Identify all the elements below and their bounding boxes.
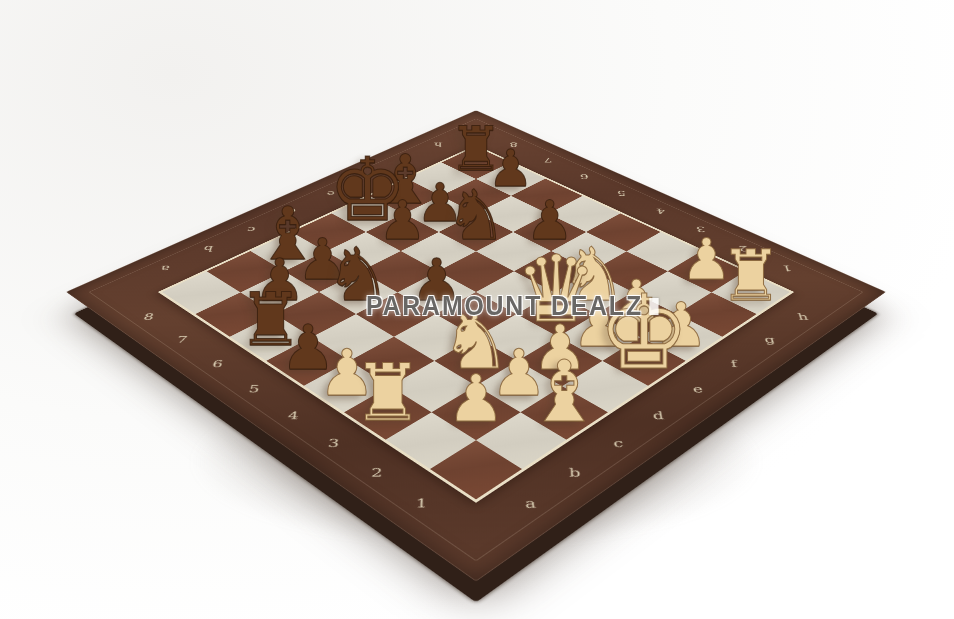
watermark-text: PARAMOUNT DEALZ xyxy=(366,291,643,322)
piece-white-pawn-b2[interactable]: ♟ xyxy=(447,366,505,431)
piece-white-rook-h1[interactable]: ♜ xyxy=(719,241,782,311)
piece-black-knight-f6[interactable]: ♞ xyxy=(445,181,507,250)
watermark-box-artifact xyxy=(649,298,658,315)
piece-white-rook-a3[interactable]: ♜ xyxy=(352,354,423,433)
chess-set-photo: 8877665544332211hhggffeeddccbbaa ♝♚♝♜♟♟♟… xyxy=(0,0,954,619)
watermark: PARAMOUNT DEALZ xyxy=(366,291,659,322)
piece-white-bishop-c1[interactable]: ♝ xyxy=(526,349,602,434)
square-a1[interactable] xyxy=(430,440,523,500)
